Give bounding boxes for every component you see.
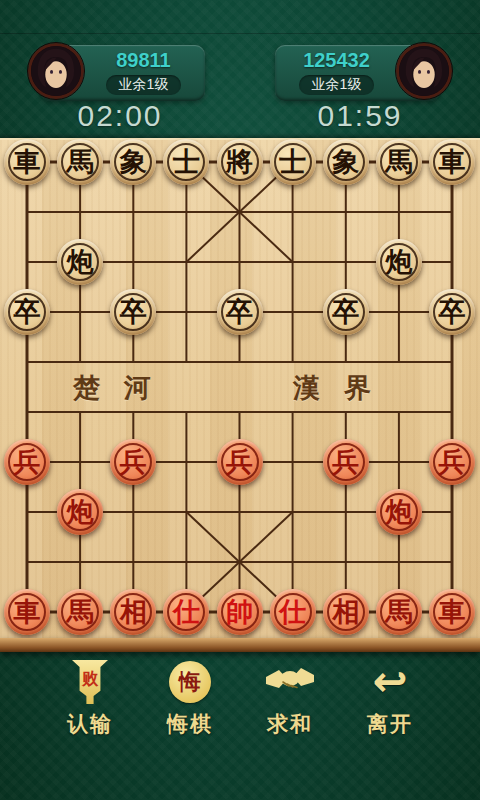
piece-red-horse[interactable]: 馬 [57,589,103,635]
piece-black-cannon[interactable]: 炮 [57,239,103,285]
xiangqi-game-screen: 89811 业余1级 02:00 125432 业余1级 01:59 [0,0,480,800]
piece-red-cannon[interactable]: 炮 [57,489,103,535]
piece-black-elephant[interactable]: 象 [110,139,156,185]
rank-badge-right: 业余1级 [299,75,375,95]
piece-red-soldier[interactable]: 兵 [110,439,156,485]
piece-red-soldier[interactable]: 兵 [429,439,475,485]
piece-red-horse[interactable]: 馬 [376,589,422,635]
resign-label: 认输 [67,710,113,738]
piece-red-advisor[interactable]: 仕 [270,589,316,635]
leave-button[interactable]: ↩ 离开 [345,658,435,738]
piece-red-chariot[interactable]: 車 [4,589,50,635]
avatar-right[interactable] [396,43,452,99]
piece-black-horse[interactable]: 馬 [57,139,103,185]
xiangqi-board[interactable]: 楚河 漢界 車馬象士將士象馬車炮炮卒卒卒卒卒兵兵兵兵兵炮炮車馬相仕帥仕相馬車 [0,138,480,652]
piece-black-soldier[interactable]: 卒 [429,289,475,335]
timer-right: 01:59 [240,99,480,133]
piece-black-chariot[interactable]: 車 [4,139,50,185]
avatar-left-image [31,46,81,96]
score-left: 89811 [116,49,171,72]
rank-badge-left: 业余1级 [106,75,182,95]
piece-red-soldier[interactable]: 兵 [323,439,369,485]
undo-move-button[interactable]: 悔 悔棋 [145,658,235,738]
offer-draw-button[interactable]: 求和 [245,658,335,738]
action-bar: 败 认输 悔 悔棋 求和 [0,658,480,738]
river-label-chu: 楚河 [32,370,192,406]
resign-button[interactable]: 败 认输 [45,658,135,738]
piece-black-horse[interactable]: 馬 [376,139,422,185]
piece-black-soldier[interactable]: 卒 [217,289,263,335]
score-right: 125432 [303,49,370,72]
piece-red-elephant[interactable]: 相 [110,589,156,635]
handshake-icon [266,665,314,699]
piece-black-soldier[interactable]: 卒 [110,289,156,335]
player-panel-left: 89811 业余1级 [40,45,205,101]
piece-red-elephant[interactable]: 相 [323,589,369,635]
leave-arrow-icon: ↩ [372,660,407,704]
piece-red-soldier[interactable]: 兵 [217,439,263,485]
piece-black-chariot[interactable]: 車 [429,139,475,185]
piece-red-soldier[interactable]: 兵 [4,439,50,485]
piece-black-elephant[interactable]: 象 [323,139,369,185]
piece-red-general[interactable]: 帥 [217,589,263,635]
timer-left: 02:00 [0,99,240,133]
offer-draw-label: 求和 [267,710,313,738]
leave-label: 离开 [367,710,413,738]
header-divider [0,33,480,34]
undo-move-label: 悔棋 [167,710,213,738]
piece-red-chariot[interactable]: 車 [429,589,475,635]
piece-black-soldier[interactable]: 卒 [4,289,50,335]
board-bottom-frame [0,638,480,652]
piece-black-advisor[interactable]: 士 [270,139,316,185]
piece-black-cannon[interactable]: 炮 [376,239,422,285]
regret-circle-icon: 悔 [169,661,211,703]
avatar-right-image [399,46,449,96]
piece-black-general[interactable]: 將 [217,139,263,185]
river-label-han: 漢界 [252,370,412,406]
piece-red-cannon[interactable]: 炮 [376,489,422,535]
surrender-banner-icon: 败 [72,660,108,704]
player-panel-right: 125432 业余1级 [275,45,440,101]
avatar-left[interactable] [28,43,84,99]
piece-black-soldier[interactable]: 卒 [323,289,369,335]
